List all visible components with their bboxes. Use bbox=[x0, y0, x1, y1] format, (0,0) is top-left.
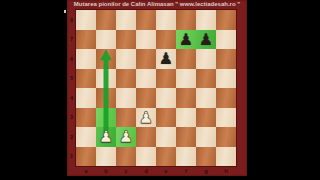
square-g3 bbox=[196, 108, 216, 128]
square-c4 bbox=[116, 88, 136, 108]
square-g4 bbox=[196, 88, 216, 108]
square-e3 bbox=[156, 108, 176, 128]
square-b4 bbox=[96, 88, 116, 108]
white-pawn: ♟ bbox=[116, 127, 136, 147]
square-e2 bbox=[156, 127, 176, 147]
square-h7 bbox=[216, 30, 236, 50]
rank-labels: 87654321 bbox=[67, 10, 76, 166]
chess-board: ♟♟♟♟♟♟ bbox=[76, 10, 236, 166]
file-label-b: b bbox=[96, 166, 116, 176]
square-a4 bbox=[76, 88, 96, 108]
square-f1 bbox=[176, 147, 196, 167]
square-c6 bbox=[116, 49, 136, 69]
rank-label-7: 7 bbox=[67, 30, 76, 50]
square-g2 bbox=[196, 127, 216, 147]
square-f8 bbox=[176, 10, 196, 30]
square-b3 bbox=[96, 108, 116, 128]
square-a5 bbox=[76, 69, 96, 89]
square-f2 bbox=[176, 127, 196, 147]
square-e8 bbox=[156, 10, 176, 30]
rank-label-6: 6 bbox=[67, 49, 76, 69]
file-label-g: g bbox=[196, 166, 216, 176]
file-label-h: h bbox=[216, 166, 236, 176]
square-b1 bbox=[96, 147, 116, 167]
black-pawn: ♟ bbox=[196, 30, 216, 50]
square-h5 bbox=[216, 69, 236, 89]
rank-label-2: 2 bbox=[67, 127, 76, 147]
file-label-e: e bbox=[156, 166, 176, 176]
square-d3: ♟ bbox=[136, 108, 156, 128]
rank-label-3: 3 bbox=[67, 108, 76, 128]
square-h6 bbox=[216, 49, 236, 69]
chessboard-panel: Mutarea pionilor de Calin Alimasan " www… bbox=[67, 0, 247, 176]
square-a8 bbox=[76, 10, 96, 30]
rank-label-1: 1 bbox=[67, 147, 76, 167]
square-d1 bbox=[136, 147, 156, 167]
square-c3 bbox=[116, 108, 136, 128]
white-pawn: ♟ bbox=[96, 127, 116, 147]
square-b8 bbox=[96, 10, 116, 30]
black-pawn: ♟ bbox=[176, 30, 196, 50]
file-label-c: c bbox=[116, 166, 136, 176]
video-artifact-dot bbox=[64, 10, 66, 13]
square-e7 bbox=[156, 30, 176, 50]
rank-label-8: 8 bbox=[67, 10, 76, 30]
square-c1 bbox=[116, 147, 136, 167]
square-f4 bbox=[176, 88, 196, 108]
square-d8 bbox=[136, 10, 156, 30]
square-a7 bbox=[76, 30, 96, 50]
file-label-a: a bbox=[76, 166, 96, 176]
square-d2 bbox=[136, 127, 156, 147]
square-g5 bbox=[196, 69, 216, 89]
square-h3 bbox=[216, 108, 236, 128]
square-g7: ♟ bbox=[196, 30, 216, 50]
square-d6 bbox=[136, 49, 156, 69]
square-c8 bbox=[116, 10, 136, 30]
square-e6: ♟ bbox=[156, 49, 176, 69]
square-b5 bbox=[96, 69, 116, 89]
board-title: Mutarea pionilor de Calin Alimasan " www… bbox=[67, 0, 247, 9]
square-a6 bbox=[76, 49, 96, 69]
black-pawn: ♟ bbox=[156, 49, 176, 69]
rank-label-5: 5 bbox=[67, 69, 76, 89]
square-g8 bbox=[196, 10, 216, 30]
square-g6 bbox=[196, 49, 216, 69]
square-d5 bbox=[136, 69, 156, 89]
square-d7 bbox=[136, 30, 156, 50]
square-h1 bbox=[216, 147, 236, 167]
square-c7 bbox=[116, 30, 136, 50]
rank-label-4: 4 bbox=[67, 88, 76, 108]
square-e4 bbox=[156, 88, 176, 108]
file-label-f: f bbox=[176, 166, 196, 176]
square-h8 bbox=[216, 10, 236, 30]
square-b2: ♟ bbox=[96, 127, 116, 147]
square-a3 bbox=[76, 108, 96, 128]
square-e1 bbox=[156, 147, 176, 167]
square-d4 bbox=[136, 88, 156, 108]
square-f6 bbox=[176, 49, 196, 69]
video-frame: { "game": "chess", "title": "Mutarea pio… bbox=[0, 0, 320, 180]
file-label-d: d bbox=[136, 166, 156, 176]
square-h4 bbox=[216, 88, 236, 108]
white-pawn: ♟ bbox=[136, 108, 156, 128]
square-g1 bbox=[196, 147, 216, 167]
square-c2: ♟ bbox=[116, 127, 136, 147]
square-h2 bbox=[216, 127, 236, 147]
square-b6 bbox=[96, 49, 116, 69]
square-e5 bbox=[156, 69, 176, 89]
square-a1 bbox=[76, 147, 96, 167]
square-b7 bbox=[96, 30, 116, 50]
file-labels: abcdefgh bbox=[76, 166, 236, 176]
square-c5 bbox=[116, 69, 136, 89]
square-f5 bbox=[176, 69, 196, 89]
square-a2 bbox=[76, 127, 96, 147]
square-f3 bbox=[176, 108, 196, 128]
square-f7: ♟ bbox=[176, 30, 196, 50]
